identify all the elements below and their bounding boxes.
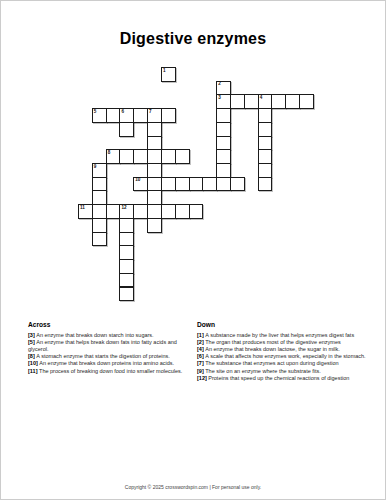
grid-cell[interactable]: 1 (161, 67, 176, 82)
clue-number: 4 (260, 95, 263, 101)
grid-cell[interactable] (244, 94, 259, 109)
grid-cell[interactable] (189, 177, 204, 192)
clue-item-number: [6] (197, 353, 205, 359)
grid-cell[interactable] (161, 177, 176, 192)
grid-cell[interactable] (92, 190, 107, 205)
clue-item: [4] An enzyme that breaks down lactose, … (197, 346, 375, 353)
grid-cell[interactable] (92, 232, 107, 247)
grid-cell[interactable] (133, 149, 148, 164)
clue-number: 3 (218, 95, 221, 101)
grid-cell[interactable] (161, 204, 176, 219)
grid-cell[interactable] (175, 149, 190, 164)
grid-cell[interactable] (119, 245, 134, 260)
grid-cell[interactable]: 2 (216, 81, 231, 96)
grid-cell[interactable] (216, 163, 231, 178)
across-clues-list: [3] An enzyme that breaks down starch in… (28, 332, 192, 375)
grid-cell[interactable] (147, 163, 162, 178)
page-title: Digestive enzymes (1, 30, 385, 48)
crossword-grid: 123456789101112 (78, 67, 314, 301)
clue-item: [7] The substance that enzymes act upon … (197, 360, 375, 367)
grid-cell[interactable] (216, 122, 231, 137)
grid-cell[interactable] (299, 94, 314, 109)
down-clues-list: [1] A substance made by the liver that h… (197, 332, 375, 382)
clue-item-number: [1] (197, 332, 205, 338)
grid-cell[interactable] (106, 108, 121, 123)
grid-cell[interactable] (285, 94, 300, 109)
grid-cell[interactable] (230, 177, 245, 192)
grid-cell[interactable] (175, 204, 190, 219)
grid-cell[interactable] (147, 177, 162, 192)
grid-cell[interactable]: 8 (106, 149, 121, 164)
clue-item: [3] An enzyme that breaks down starch in… (28, 332, 192, 339)
clue-item-number: [4] (197, 346, 205, 352)
clue-number: 12 (121, 205, 126, 211)
clue-item-number: [10] (28, 360, 39, 366)
grid-cell[interactable] (258, 149, 273, 164)
clue-number: 9 (94, 164, 97, 170)
grid-cell[interactable]: 4 (258, 94, 273, 109)
across-header: Across (28, 321, 192, 328)
clue-item-number: [7] (197, 360, 205, 366)
grid-cell[interactable] (133, 108, 148, 123)
clue-item: [11] The process of breaking down food i… (28, 368, 192, 375)
clue-number: 5 (94, 109, 97, 115)
clue-item-number: [5] (28, 339, 36, 345)
clue-item: [8] A stomach enzyme that starts the dig… (28, 353, 192, 360)
grid-cell[interactable]: 10 (133, 177, 148, 192)
clue-item-number: [12] (197, 375, 208, 381)
grid-cell[interactable] (258, 136, 273, 151)
grid-cell[interactable] (147, 122, 162, 137)
across-clues-section: Across [3] An enzyme that breaks down st… (28, 321, 192, 375)
clue-item: [1] A substance made by the liver that h… (197, 332, 375, 339)
grid-cell[interactable]: 11 (78, 204, 93, 219)
grid-cell[interactable] (147, 136, 162, 151)
grid-cell[interactable] (119, 232, 134, 247)
grid-cell[interactable]: 3 (216, 94, 231, 109)
clue-item-number: [2] (197, 339, 205, 345)
grid-cell[interactable] (119, 122, 134, 137)
grid-cell[interactable] (216, 177, 231, 192)
grid-cell[interactable] (216, 149, 231, 164)
grid-cell[interactable] (119, 259, 134, 274)
footer-copyright: Copyright © 2025 crosswordspin.com | For… (1, 484, 385, 490)
clue-number: 6 (121, 109, 124, 115)
grid-cell[interactable] (133, 204, 148, 219)
clue-number: 10 (135, 177, 140, 183)
clue-number: 7 (149, 109, 152, 115)
clue-number: 11 (80, 205, 85, 211)
grid-cell[interactable] (119, 273, 134, 288)
grid-cell[interactable] (147, 149, 162, 164)
clue-item-number: [3] (28, 332, 36, 338)
clue-item: [12] Proteins that speed up the chemical… (197, 375, 375, 382)
clue-item-number: [8] (28, 353, 36, 359)
grid-cell[interactable] (119, 218, 134, 233)
down-header: Down (197, 321, 375, 328)
grid-cell[interactable] (161, 108, 176, 123)
clue-item: [2] The organ that produces most of the … (197, 339, 375, 346)
grid-cell[interactable] (119, 149, 134, 164)
grid-cell[interactable] (271, 94, 286, 109)
grid-cell[interactable]: 12 (119, 204, 134, 219)
grid-cell[interactable] (147, 204, 162, 219)
grid-cell[interactable]: 6 (119, 108, 134, 123)
grid-cell[interactable] (92, 204, 107, 219)
grid-cell[interactable] (147, 190, 162, 205)
grid-cell[interactable]: 7 (147, 108, 162, 123)
grid-cell[interactable] (92, 177, 107, 192)
grid-cell[interactable] (106, 204, 121, 219)
grid-cell[interactable] (258, 163, 273, 178)
clue-item: [10] An enzyme that breaks down proteins… (28, 360, 192, 367)
clue-item: [5] An enzyme that helps break down fats… (28, 339, 192, 353)
clue-item: [6] A scale that affects how enzymes wor… (197, 353, 375, 360)
grid-cell[interactable] (147, 218, 162, 233)
clue-number: 1 (163, 68, 166, 74)
grid-cell[interactable]: 9 (92, 163, 107, 178)
down-clues-section: Down [1] A substance made by the liver t… (197, 321, 375, 382)
page: Digestive enzymes 123456789101112 Across… (0, 0, 386, 500)
grid-cell[interactable]: 5 (92, 108, 107, 123)
grid-cell[interactable] (202, 177, 217, 192)
grid-cell[interactable] (92, 218, 107, 233)
grid-cell[interactable] (216, 136, 231, 151)
grid-cell[interactable] (258, 122, 273, 137)
grid-cell[interactable] (230, 94, 245, 109)
grid-cell[interactable] (119, 287, 134, 302)
clue-item-number: [9] (197, 368, 205, 374)
grid-cell[interactable] (258, 108, 273, 123)
clue-number: 2 (218, 81, 221, 87)
grid-cell[interactable] (161, 149, 176, 164)
grid-cell[interactable] (175, 177, 190, 192)
grid-cell[interactable] (258, 177, 273, 192)
clue-item: [9] The site on an enzyme where the subs… (197, 368, 375, 375)
grid-cell[interactable] (189, 204, 204, 219)
grid-cell[interactable] (216, 108, 231, 123)
clue-item-number: [11] (28, 368, 39, 374)
clue-number: 8 (108, 150, 111, 156)
